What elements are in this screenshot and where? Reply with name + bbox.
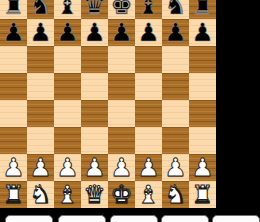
square-d3[interactable] [81,127,108,154]
square-a4[interactable] [0,100,27,127]
square-c5[interactable] [54,73,81,100]
square-f7[interactable]: ♟ [135,19,162,46]
white-pawn-piece[interactable]: ♟ [83,154,105,181]
white-queen-piece[interactable]: ♛ [83,181,105,208]
square-f2[interactable]: ♟ [135,154,162,181]
black-knight-piece[interactable]: ♞ [29,0,51,19]
square-c8[interactable]: ♝ [54,0,81,19]
square-g4[interactable] [162,100,189,127]
square-c7[interactable]: ♟ [54,19,81,46]
black-rook-piece[interactable]: ♜ [191,0,213,19]
square-a6[interactable] [0,46,27,73]
toolbar-button-1[interactable] [5,215,53,222]
square-b4[interactable] [27,100,54,127]
square-h1[interactable]: ♜ [189,181,216,208]
square-g6[interactable] [162,46,189,73]
white-bishop-piece[interactable]: ♝ [137,181,159,208]
square-c4[interactable] [54,100,81,127]
square-c1[interactable]: ♝ [54,181,81,208]
square-d8[interactable]: ♛ [81,0,108,19]
board-grid: ♜♞♝♛♚♝♞♜♟♟♟♟♟♟♟♟♟♟♟♟♟♟♟♟♜♞♝♛♚♝♞♜ [0,0,216,208]
chess-app-window: ♜♞♝♛♚♝♞♜♟♟♟♟♟♟♟♟♟♟♟♟♟♟♟♟♜♞♝♛♚♝♞♜ [0,0,260,222]
black-pawn-piece[interactable]: ♟ [110,19,132,46]
toolbar-button-3[interactable] [110,215,158,222]
square-b2[interactable]: ♟ [27,154,54,181]
black-king-piece[interactable]: ♚ [110,0,132,19]
black-bishop-piece[interactable]: ♝ [56,0,78,19]
square-f3[interactable] [135,127,162,154]
black-knight-piece[interactable]: ♞ [164,0,186,19]
square-b6[interactable] [27,46,54,73]
square-h3[interactable] [189,127,216,154]
square-h2[interactable]: ♟ [189,154,216,181]
square-d6[interactable] [81,46,108,73]
black-rook-piece[interactable]: ♜ [2,0,24,19]
square-a8[interactable]: ♜ [0,0,27,19]
black-pawn-piece[interactable]: ♟ [164,19,186,46]
white-rook-piece[interactable]: ♜ [2,181,24,208]
white-king-piece[interactable]: ♚ [110,181,132,208]
square-a2[interactable]: ♟ [0,154,27,181]
white-pawn-piece[interactable]: ♟ [2,154,24,181]
white-pawn-piece[interactable]: ♟ [56,154,78,181]
right-black-panel [216,0,260,222]
black-pawn-piece[interactable]: ♟ [2,19,24,46]
square-a1[interactable]: ♜ [0,181,27,208]
square-b3[interactable] [27,127,54,154]
square-a3[interactable] [0,127,27,154]
square-g5[interactable] [162,73,189,100]
square-e5[interactable] [108,73,135,100]
white-pawn-piece[interactable]: ♟ [164,154,186,181]
square-f6[interactable] [135,46,162,73]
square-f1[interactable]: ♝ [135,181,162,208]
square-a7[interactable]: ♟ [0,19,27,46]
square-d1[interactable]: ♛ [81,181,108,208]
square-d7[interactable]: ♟ [81,19,108,46]
square-d5[interactable] [81,73,108,100]
square-e3[interactable] [108,127,135,154]
white-pawn-piece[interactable]: ♟ [191,154,213,181]
square-b1[interactable]: ♞ [27,181,54,208]
square-g3[interactable] [162,127,189,154]
square-g8[interactable]: ♞ [162,0,189,19]
square-c2[interactable]: ♟ [54,154,81,181]
square-c3[interactable] [54,127,81,154]
square-b7[interactable]: ♟ [27,19,54,46]
white-pawn-piece[interactable]: ♟ [29,154,51,181]
toolbar-button-4[interactable] [161,215,209,222]
square-h6[interactable] [189,46,216,73]
square-f4[interactable] [135,100,162,127]
black-pawn-piece[interactable]: ♟ [29,19,51,46]
white-pawn-piece[interactable]: ♟ [137,154,159,181]
square-b5[interactable] [27,73,54,100]
black-queen-piece[interactable]: ♛ [83,0,105,19]
black-pawn-piece[interactable]: ♟ [83,19,105,46]
square-h7[interactable]: ♟ [189,19,216,46]
chess-board: ♜♞♝♛♚♝♞♜♟♟♟♟♟♟♟♟♟♟♟♟♟♟♟♟♜♞♝♛♚♝♞♜ [0,0,216,208]
square-e4[interactable] [108,100,135,127]
white-rook-piece[interactable]: ♜ [191,181,213,208]
square-e8[interactable]: ♚ [108,0,135,19]
square-e6[interactable] [108,46,135,73]
square-g1[interactable]: ♞ [162,181,189,208]
square-d4[interactable] [81,100,108,127]
square-d2[interactable]: ♟ [81,154,108,181]
black-pawn-piece[interactable]: ♟ [137,19,159,46]
white-knight-piece[interactable]: ♞ [164,181,186,208]
square-b8[interactable]: ♞ [27,0,54,19]
black-bishop-piece[interactable]: ♝ [137,0,159,19]
square-h8[interactable]: ♜ [189,0,216,19]
toolbar-button-5[interactable] [212,215,260,222]
square-g7[interactable]: ♟ [162,19,189,46]
white-bishop-piece[interactable]: ♝ [56,181,78,208]
square-h5[interactable] [189,73,216,100]
square-h4[interactable] [189,100,216,127]
black-pawn-piece[interactable]: ♟ [56,19,78,46]
square-e1[interactable]: ♚ [108,181,135,208]
square-e7[interactable]: ♟ [108,19,135,46]
square-c6[interactable] [54,46,81,73]
white-pawn-piece[interactable]: ♟ [110,154,132,181]
square-a5[interactable] [0,73,27,100]
square-g2[interactable]: ♟ [162,154,189,181]
square-e2[interactable]: ♟ [108,154,135,181]
toolbar-button-2[interactable] [58,215,106,222]
square-f5[interactable] [135,73,162,100]
square-f8[interactable]: ♝ [135,0,162,19]
black-pawn-piece[interactable]: ♟ [191,19,213,46]
white-knight-piece[interactable]: ♞ [29,181,51,208]
